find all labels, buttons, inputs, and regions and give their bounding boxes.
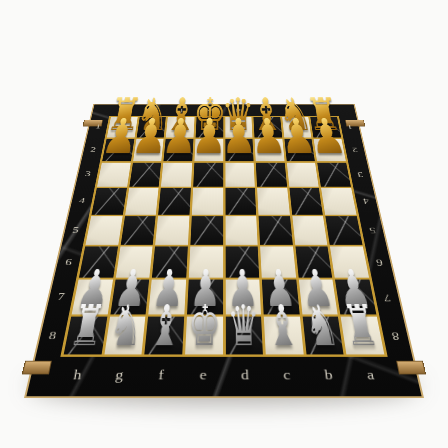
square-h3 xyxy=(97,163,130,187)
square-d5 xyxy=(225,216,258,245)
black-rook-a8: ♜ xyxy=(340,298,383,354)
file-label-bottom-c: c xyxy=(265,362,309,388)
chess-set-photo: hgfedcba 12345678 12345678 hgfedcba ♜♞♝♚… xyxy=(0,0,448,448)
square-d4 xyxy=(225,188,256,214)
file-label-bottom-e: e xyxy=(181,362,224,388)
square-a5 xyxy=(326,216,363,245)
square-f3 xyxy=(161,163,192,187)
square-d3 xyxy=(225,163,255,187)
square-g3 xyxy=(129,163,161,187)
square-e2: ♟ xyxy=(194,139,223,161)
square-e3 xyxy=(193,163,223,187)
square-f5 xyxy=(155,216,189,245)
square-b3 xyxy=(287,163,319,187)
square-b5 xyxy=(292,216,327,245)
file-label-bottom-b: b xyxy=(306,362,351,388)
black-knight-g8: ♞ xyxy=(106,298,146,354)
square-d8: ♛ xyxy=(225,316,263,354)
corner-bracket-bottom-right xyxy=(396,361,426,375)
square-a3 xyxy=(317,163,350,187)
rank-label-right-3: 3 xyxy=(348,162,373,188)
square-h8: ♜ xyxy=(64,316,107,354)
square-h4 xyxy=(92,188,127,214)
square-a4 xyxy=(321,188,356,214)
square-c3 xyxy=(256,163,287,187)
chess-board: hgfedcba 12345678 12345678 hgfedcba ♜♞♝♚… xyxy=(24,104,424,398)
black-rook-h8: ♜ xyxy=(66,298,109,354)
file-labels-bottom: hgfedcba xyxy=(54,362,394,388)
black-bishop-c8: ♝ xyxy=(265,298,302,354)
black-bishop-f8: ♝ xyxy=(146,298,183,354)
square-f2: ♟ xyxy=(164,139,194,161)
corner-bracket-bottom-left xyxy=(22,361,52,375)
square-d2: ♟ xyxy=(225,139,254,161)
square-c4 xyxy=(257,188,289,214)
square-e8: ♚ xyxy=(185,316,223,354)
square-h5 xyxy=(86,216,123,245)
file-label-bottom-a: a xyxy=(348,362,395,388)
square-b8: ♞ xyxy=(302,316,343,354)
file-label-bottom-g: g xyxy=(96,362,141,388)
square-c8: ♝ xyxy=(264,316,304,354)
playing-area: ♜♞♝♚♛♝♞♜♟♟♟♟♟♟♟♟♟♟♟♟♟♟♟♟♜♞♝♚♛♝♞♜ xyxy=(60,116,387,357)
black-queen-d8: ♛ xyxy=(227,298,261,354)
square-f8: ♝ xyxy=(145,316,185,354)
board-perspective-wrapper: hgfedcba 12345678 12345678 hgfedcba ♜♞♝♚… xyxy=(24,104,424,398)
black-king-e8: ♚ xyxy=(187,298,221,354)
square-g8: ♞ xyxy=(104,316,145,354)
square-g4 xyxy=(125,188,159,214)
square-e4 xyxy=(192,188,223,214)
square-g5 xyxy=(120,216,155,245)
file-label-bottom-f: f xyxy=(139,362,183,388)
square-b4 xyxy=(289,188,323,214)
square-c5 xyxy=(259,216,293,245)
file-label-bottom-d: d xyxy=(224,362,267,388)
rank-label-right-4: 4 xyxy=(353,187,379,215)
square-e5 xyxy=(190,216,223,245)
square-a8: ♜ xyxy=(341,316,384,354)
file-label-bottom-h: h xyxy=(54,362,101,388)
square-a2: ♟ xyxy=(314,139,346,161)
square-f4 xyxy=(158,188,190,214)
